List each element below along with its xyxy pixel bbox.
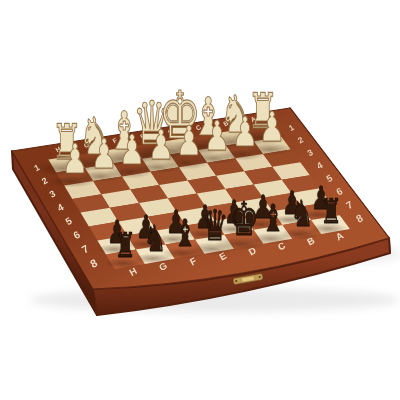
chess-set-photo: HGFEDCBAHGFEDCBA1234567812345678 ♜♞♝♛♚♝♞… <box>0 0 400 400</box>
chess-board: HGFEDCBAHGFEDCBA1234567812345678 <box>0 0 400 400</box>
